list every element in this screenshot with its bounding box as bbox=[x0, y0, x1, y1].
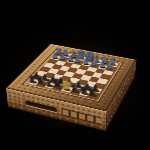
black-bishop: ♝ bbox=[70, 83, 80, 93]
photo-scene: ♜♞♝♛♚♝♞♜♟♟♟♟♟♟♟♟♟♟♟♟♟♟♟♟♜♞♝♛♚♝♞♜ bbox=[0, 0, 150, 150]
black-rook: ♜ bbox=[87, 88, 97, 97]
white-pawn: ♟ bbox=[89, 60, 98, 67]
white-pawn: ♟ bbox=[106, 63, 115, 70]
